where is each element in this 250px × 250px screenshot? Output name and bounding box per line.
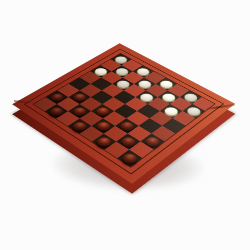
- white-man-glyph: ⛀: [145, 92, 146, 93]
- white-man-glyph: ⛀: [120, 55, 121, 56]
- dark-man-glyph: ⛂: [151, 135, 152, 136]
- dark-man-glyph: ⛂: [57, 92, 58, 93]
- dark-man-glyph: ⛂: [79, 105, 80, 106]
- dark-man-glyph: ⛂: [102, 105, 103, 106]
- white-man-glyph: ⛀: [122, 79, 123, 80]
- photo-stage: ⛀⛀⛀⛀⛀⛀⛀⛀⛀⛀⛀⛀⛂⛂⛂⛂⛂⛂⛂⛂⛂⛂⛂⛂: [0, 0, 250, 250]
- dark-man-glyph: ⛂: [103, 135, 104, 136]
- dark-man-glyph: ⛂: [126, 120, 127, 121]
- white-man-glyph: ⛀: [100, 66, 101, 67]
- white-man-glyph: ⛀: [165, 79, 166, 80]
- white-man-glyph: ⛀: [189, 92, 190, 93]
- white-man-glyph: ⛀: [170, 105, 171, 106]
- dark-man-glyph: ⛂: [56, 105, 57, 106]
- dark-man-glyph: ⛂: [79, 92, 80, 93]
- dark-man-glyph: ⛂: [127, 135, 128, 136]
- white-man-glyph: ⛀: [144, 79, 145, 80]
- white-man-glyph: ⛀: [167, 92, 168, 93]
- white-man-glyph: ⛀: [192, 105, 193, 106]
- white-man-glyph: ⛀: [142, 66, 143, 67]
- white-man-glyph: ⛀: [121, 66, 122, 67]
- dark-man-glyph: ⛂: [102, 120, 103, 121]
- dark-man-glyph: ⛂: [128, 151, 129, 152]
- dark-man-glyph: ⛂: [79, 120, 80, 121]
